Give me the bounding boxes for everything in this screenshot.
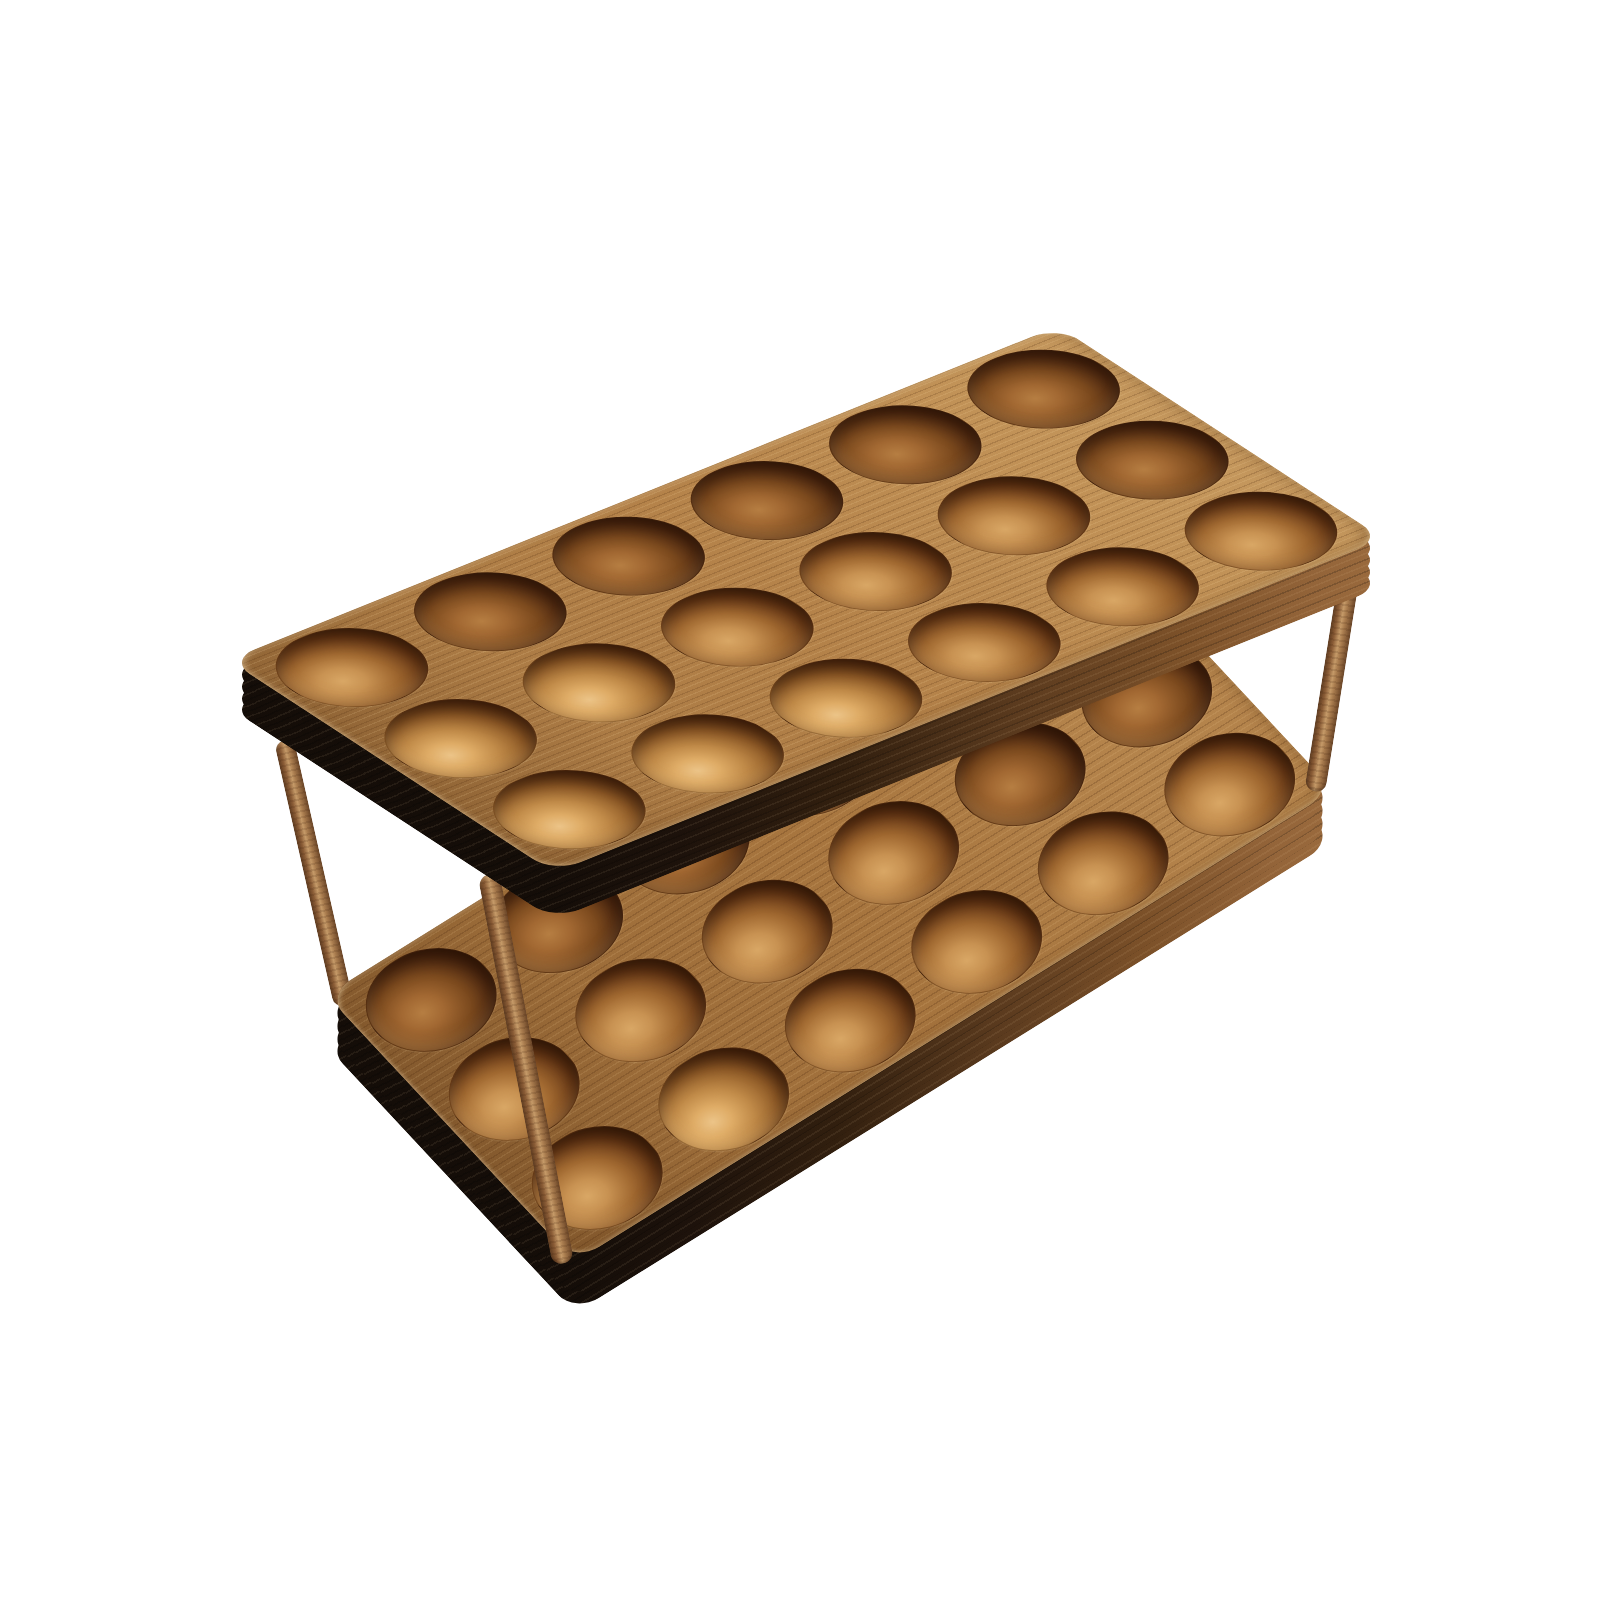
product-photo-two-tier-pit-board bbox=[0, 0, 1600, 1600]
